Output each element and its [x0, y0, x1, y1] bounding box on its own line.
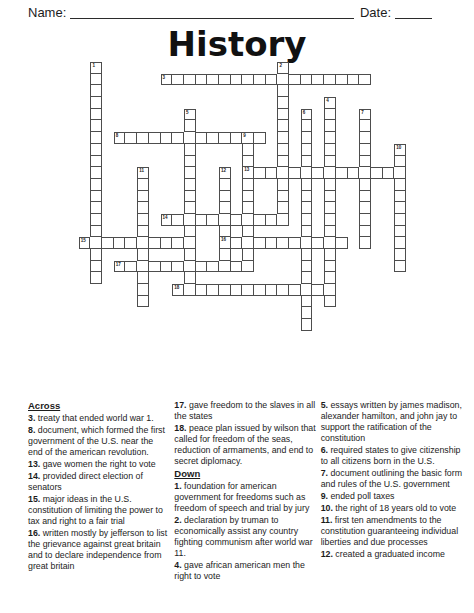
grid-cell[interactable] — [359, 144, 371, 156]
grid-cell[interactable]: 7 — [359, 109, 371, 121]
grid-cell[interactable]: 10 — [394, 144, 406, 156]
grid-cell[interactable]: 14 — [161, 214, 173, 226]
grid-cell[interactable] — [324, 74, 336, 86]
grid-cell[interactable] — [90, 226, 102, 238]
empty-cell — [383, 237, 395, 249]
grid-cell[interactable] — [207, 261, 219, 273]
grid-cell[interactable]: 18 — [172, 284, 184, 296]
grid-cell[interactable] — [301, 156, 313, 168]
grid-cell[interactable] — [184, 132, 196, 144]
grid-cell[interactable] — [394, 191, 406, 203]
empty-cell — [102, 214, 114, 226]
grid-cell[interactable] — [371, 167, 383, 179]
grid-cell[interactable] — [266, 74, 278, 86]
grid-cell[interactable]: 9 — [242, 132, 254, 144]
grid-cell[interactable] — [324, 272, 336, 284]
grid-cell[interactable] — [90, 179, 102, 191]
empty-cell — [371, 226, 383, 238]
empty-cell — [383, 307, 395, 319]
empty-cell — [114, 319, 126, 331]
empty-cell — [196, 97, 208, 109]
empty-cell — [137, 109, 149, 121]
grid-cell[interactable] — [277, 97, 289, 109]
empty-cell — [125, 272, 137, 284]
grid-cell[interactable] — [184, 261, 196, 273]
empty-cell — [266, 261, 278, 273]
empty-cell — [125, 296, 137, 308]
grid-cell[interactable] — [219, 261, 231, 273]
grid-cell[interactable] — [161, 237, 173, 249]
empty-cell — [137, 74, 149, 86]
grid-cell[interactable] — [394, 156, 406, 168]
grid-cell[interactable] — [90, 97, 102, 109]
grid-cell[interactable] — [137, 249, 149, 261]
grid-cell[interactable] — [184, 214, 196, 226]
grid-cell[interactable] — [219, 179, 231, 191]
clue-item-number: 14. — [28, 471, 40, 481]
grid-cell[interactable] — [254, 74, 266, 86]
grid-cell[interactable] — [312, 74, 324, 86]
empty-cell — [172, 226, 184, 238]
grid-cell[interactable] — [149, 237, 161, 249]
grid-cell[interactable] — [125, 132, 137, 144]
empty-cell — [383, 296, 395, 308]
grid-cell[interactable] — [324, 167, 336, 179]
empty-cell — [114, 97, 126, 109]
grid-cell[interactable] — [301, 226, 313, 238]
grid-cell[interactable] — [90, 144, 102, 156]
empty-cell — [114, 120, 126, 132]
grid-cell[interactable] — [359, 237, 371, 249]
empty-cell — [125, 284, 137, 296]
grid-cell[interactable] — [383, 167, 395, 179]
grid-cell[interactable] — [231, 261, 243, 273]
grid-cell[interactable] — [219, 74, 231, 86]
grid-cell[interactable] — [359, 120, 371, 132]
empty-cell — [231, 167, 243, 179]
grid-cell[interactable] — [289, 74, 301, 86]
grid-cell[interactable] — [254, 284, 266, 296]
empty-cell — [67, 237, 79, 249]
grid-cell[interactable] — [219, 226, 231, 238]
grid-cell[interactable] — [231, 132, 243, 144]
grid-cell[interactable] — [184, 249, 196, 261]
grid-cell[interactable] — [359, 179, 371, 191]
grid-cell[interactable] — [90, 109, 102, 121]
empty-cell — [383, 284, 395, 296]
clue-item: 2. declaration by truman to economically… — [174, 515, 315, 559]
empty-cell — [254, 261, 266, 273]
grid-cell[interactable] — [149, 132, 161, 144]
grid-cell[interactable] — [301, 261, 313, 273]
grid-cell[interactable] — [324, 109, 336, 121]
grid-cell[interactable] — [242, 284, 254, 296]
grid-cell[interactable] — [277, 132, 289, 144]
grid-cell[interactable] — [289, 284, 301, 296]
grid-cell[interactable] — [394, 249, 406, 261]
grid-cell[interactable] — [324, 156, 336, 168]
clue-number: 6 — [303, 110, 306, 115]
grid-cell[interactable] — [184, 167, 196, 179]
grid-cell[interactable]: 1 — [90, 62, 102, 74]
grid-cell[interactable] — [184, 284, 196, 296]
grid-cell[interactable] — [394, 237, 406, 249]
grid-cell[interactable] — [242, 144, 254, 156]
date-label: Date: — [360, 5, 391, 20]
grid-cell[interactable] — [254, 214, 266, 226]
empty-cell — [219, 319, 231, 331]
grid-cell[interactable] — [125, 261, 137, 273]
grid-cell[interactable] — [231, 214, 243, 226]
grid-cell[interactable] — [137, 284, 149, 296]
grid-cell[interactable] — [90, 261, 102, 273]
empty-cell — [231, 179, 243, 191]
grid-cell[interactable] — [394, 202, 406, 214]
empty-cell — [348, 62, 360, 74]
grid-cell[interactable] — [359, 202, 371, 214]
empty-cell — [90, 296, 102, 308]
grid-cell[interactable] — [184, 237, 196, 249]
empty-cell — [289, 214, 301, 226]
grid-cell[interactable] — [90, 237, 102, 249]
empty-cell — [312, 120, 324, 132]
empty-cell — [383, 74, 395, 86]
grid-cell[interactable] — [359, 226, 371, 238]
grid-cell[interactable] — [324, 284, 336, 296]
grid-cell[interactable]: 16 — [219, 237, 231, 249]
grid-cell[interactable] — [359, 167, 371, 179]
clue-number: 10 — [396, 145, 401, 150]
grid-cell[interactable] — [137, 202, 149, 214]
grid-cell[interactable]: 4 — [324, 97, 336, 109]
grid-cell[interactable]: 11 — [137, 167, 149, 179]
grid-cell[interactable] — [242, 226, 254, 238]
grid-cell[interactable]: 6 — [301, 109, 313, 121]
grid-cell[interactable] — [172, 132, 184, 144]
grid-cell[interactable] — [324, 144, 336, 156]
grid-cell[interactable] — [196, 261, 208, 273]
grid-cell[interactable] — [348, 167, 360, 179]
grid-cell[interactable] — [324, 214, 336, 226]
grid-cell[interactable] — [207, 284, 219, 296]
grid-cell[interactable] — [219, 132, 231, 144]
grid-cell[interactable] — [359, 156, 371, 168]
grid-cell[interactable] — [301, 214, 313, 226]
grid-cell[interactable] — [394, 167, 406, 179]
grid-cell[interactable] — [359, 191, 371, 203]
empty-cell — [231, 156, 243, 168]
grid-cell[interactable] — [301, 272, 313, 284]
grid-cell[interactable] — [312, 284, 324, 296]
empty-cell — [289, 226, 301, 238]
grid-cell[interactable] — [277, 120, 289, 132]
grid-cell[interactable] — [277, 109, 289, 121]
empty-cell — [161, 156, 173, 168]
grid-cell[interactable] — [196, 284, 208, 296]
grid-cell[interactable] — [324, 179, 336, 191]
grid-cell[interactable] — [90, 191, 102, 203]
empty-cell — [102, 284, 114, 296]
empty-cell — [114, 156, 126, 168]
grid-cell[interactable] — [90, 272, 102, 284]
grid-cell[interactable] — [137, 226, 149, 238]
grid-cell[interactable] — [184, 226, 196, 238]
grid-cell[interactable] — [242, 156, 254, 168]
grid-cell[interactable] — [301, 249, 313, 261]
grid-cell[interactable] — [196, 74, 208, 86]
grid-cell[interactable] — [90, 249, 102, 261]
grid-cell[interactable] — [394, 261, 406, 273]
empty-cell — [67, 97, 79, 109]
empty-cell — [312, 214, 324, 226]
grid-cell[interactable] — [277, 156, 289, 168]
grid-cell[interactable] — [196, 214, 208, 226]
grid-cell[interactable] — [301, 284, 313, 296]
clue-item: 3. treaty that ended world war 1. — [28, 413, 169, 424]
grid-cell[interactable]: 12 — [219, 167, 231, 179]
grid-cell[interactable] — [266, 284, 278, 296]
empty-cell — [336, 307, 348, 319]
grid-cell[interactable] — [324, 237, 336, 249]
grid-cell[interactable]: 2 — [277, 62, 289, 74]
empty-cell — [394, 296, 406, 308]
empty-cell — [231, 144, 243, 156]
grid-cell[interactable] — [301, 307, 313, 319]
grid-cell[interactable] — [196, 132, 208, 144]
grid-cell[interactable] — [301, 74, 313, 86]
grid-cell[interactable] — [242, 261, 254, 273]
grid-cell[interactable] — [324, 261, 336, 273]
grid-cell[interactable] — [301, 296, 313, 308]
empty-cell — [102, 167, 114, 179]
grid-cell[interactable] — [114, 237, 126, 249]
empty-cell — [125, 85, 137, 97]
grid-cell[interactable] — [277, 191, 289, 203]
grid-cell[interactable] — [312, 237, 324, 249]
grid-cell[interactable] — [359, 74, 371, 86]
grid-cell[interactable] — [242, 74, 254, 86]
empty-cell — [254, 226, 266, 238]
empty-cell — [184, 97, 196, 109]
grid-cell[interactable] — [219, 284, 231, 296]
grid-cell[interactable] — [242, 214, 254, 226]
empty-cell — [102, 120, 114, 132]
grid-cell[interactable] — [359, 214, 371, 226]
grid-cell[interactable] — [301, 191, 313, 203]
grid-cell[interactable] — [231, 74, 243, 86]
grid-cell[interactable] — [324, 249, 336, 261]
empty-cell — [79, 191, 91, 203]
grid-cell[interactable] — [137, 191, 149, 203]
empty-cell — [231, 85, 243, 97]
empty-cell — [207, 319, 219, 331]
empty-cell — [394, 109, 406, 121]
empty-cell — [394, 284, 406, 296]
grid-cell[interactable] — [219, 214, 231, 226]
grid-cell[interactable] — [301, 132, 313, 144]
grid-cell[interactable] — [207, 214, 219, 226]
grid-cell[interactable] — [301, 179, 313, 191]
empty-cell — [149, 62, 161, 74]
grid-cell[interactable] — [394, 226, 406, 238]
grid-cell[interactable] — [336, 74, 348, 86]
empty-cell — [149, 144, 161, 156]
grid-cell[interactable] — [324, 296, 336, 308]
grid-cell[interactable] — [90, 156, 102, 168]
grid-cell[interactable] — [207, 132, 219, 144]
grid-cell[interactable] — [90, 202, 102, 214]
grid-cell[interactable] — [184, 144, 196, 156]
grid-cell[interactable] — [137, 179, 149, 191]
grid-cell[interactable] — [277, 74, 289, 86]
grid-cell[interactable] — [172, 74, 184, 86]
grid-cell[interactable] — [137, 237, 149, 249]
grid-cell[interactable] — [219, 249, 231, 261]
empty-cell — [161, 307, 173, 319]
grid-cell[interactable] — [301, 319, 313, 331]
grid-cell[interactable] — [277, 284, 289, 296]
date-line[interactable] — [395, 6, 432, 19]
grid-cell[interactable] — [184, 179, 196, 191]
grid-cell[interactable] — [359, 132, 371, 144]
grid-cell[interactable] — [277, 167, 289, 179]
grid-cell[interactable] — [137, 214, 149, 226]
empty-cell — [242, 120, 254, 132]
grid-cell[interactable] — [137, 132, 149, 144]
grid-cell[interactable] — [277, 214, 289, 226]
grid-cell[interactable]: 13 — [242, 167, 254, 179]
grid-cell[interactable] — [289, 237, 301, 249]
grid-cell[interactable] — [102, 237, 114, 249]
grid-cell[interactable] — [277, 202, 289, 214]
grid-cell[interactable] — [254, 132, 266, 144]
grid-cell[interactable] — [90, 214, 102, 226]
grid-cell[interactable] — [184, 272, 196, 284]
empty-cell — [196, 226, 208, 238]
empty-cell — [90, 284, 102, 296]
clue-number: 7 — [361, 110, 364, 115]
grid-cell[interactable] — [184, 156, 196, 168]
grid-cell[interactable] — [336, 237, 348, 249]
grid-cell[interactable] — [125, 237, 137, 249]
grid-cell[interactable] — [266, 214, 278, 226]
grid-cell[interactable] — [394, 179, 406, 191]
empty-cell — [172, 179, 184, 191]
clue-item: 17. gave freedom to the slaves in all th… — [174, 400, 315, 422]
empty-cell — [196, 191, 208, 203]
grid-cell[interactable]: 8 — [114, 132, 126, 144]
grid-cell[interactable] — [254, 237, 266, 249]
grid-cell[interactable] — [242, 249, 254, 261]
empty-cell — [394, 62, 406, 74]
grid-cell[interactable] — [242, 179, 254, 191]
grid-cell[interactable] — [254, 167, 266, 179]
grid-cell[interactable]: 15 — [79, 237, 91, 249]
grid-cell[interactable] — [137, 261, 149, 273]
grid-cell[interactable]: 3 — [161, 74, 173, 86]
empty-cell — [301, 97, 313, 109]
name-line[interactable] — [70, 6, 354, 19]
grid-cell[interactable] — [219, 202, 231, 214]
grid-cell[interactable] — [149, 261, 161, 273]
grid-cell[interactable]: 17 — [114, 261, 126, 273]
grid-cell[interactable] — [266, 167, 278, 179]
grid-cell[interactable] — [161, 132, 173, 144]
grid-cell[interactable] — [184, 202, 196, 214]
grid-cell[interactable] — [324, 226, 336, 238]
grid-cell[interactable] — [219, 191, 231, 203]
grid-cell[interactable] — [312, 167, 324, 179]
grid-cell[interactable] — [277, 179, 289, 191]
clue-number: 13 — [244, 167, 249, 172]
grid-cell[interactable] — [172, 214, 184, 226]
empty-cell — [149, 226, 161, 238]
grid-cell[interactable] — [301, 167, 313, 179]
grid-cell[interactable] — [137, 272, 149, 284]
grid-cell[interactable] — [277, 85, 289, 97]
empty-cell — [254, 202, 266, 214]
empty-cell — [266, 109, 278, 121]
grid-cell[interactable] — [277, 237, 289, 249]
grid-cell[interactable] — [137, 296, 149, 308]
grid-cell[interactable] — [336, 167, 348, 179]
grid-cell[interactable] — [207, 74, 219, 86]
grid-cell[interactable] — [394, 214, 406, 226]
grid-cell[interactable] — [231, 284, 243, 296]
empty-cell — [161, 167, 173, 179]
across-header: Across — [28, 400, 169, 411]
grid-cell[interactable] — [231, 237, 243, 249]
empty-cell — [149, 214, 161, 226]
grid-cell[interactable] — [301, 202, 313, 214]
grid-cell[interactable] — [266, 237, 278, 249]
grid-cell[interactable] — [324, 191, 336, 203]
grid-cell[interactable] — [172, 261, 184, 273]
grid-cell[interactable] — [242, 191, 254, 203]
grid-cell[interactable] — [90, 132, 102, 144]
grid-cell[interactable] — [90, 167, 102, 179]
empty-cell — [336, 272, 348, 284]
grid-cell[interactable] — [348, 74, 360, 86]
empty-cell — [254, 109, 266, 121]
grid-cell[interactable] — [161, 261, 173, 273]
grid-cell[interactable] — [242, 237, 254, 249]
grid-cell[interactable]: 5 — [184, 109, 196, 121]
grid-cell[interactable] — [324, 132, 336, 144]
grid-cell[interactable] — [184, 191, 196, 203]
grid-cell[interactable] — [90, 120, 102, 132]
grid-cell[interactable] — [90, 74, 102, 86]
grid-cell[interactable] — [90, 85, 102, 97]
grid-cell[interactable] — [301, 144, 313, 156]
grid-cell[interactable] — [289, 167, 301, 179]
grid-cell[interactable] — [242, 202, 254, 214]
empty-cell — [207, 272, 219, 284]
empty-cell — [219, 272, 231, 284]
grid-cell[interactable] — [301, 120, 313, 132]
grid-cell[interactable] — [277, 144, 289, 156]
grid-cell[interactable] — [301, 237, 313, 249]
empty-cell — [289, 249, 301, 261]
empty-cell — [102, 319, 114, 331]
grid-cell[interactable] — [324, 202, 336, 214]
grid-cell[interactable] — [172, 237, 184, 249]
grid-cell[interactable] — [324, 120, 336, 132]
empty-cell — [383, 319, 395, 331]
grid-cell[interactable] — [184, 74, 196, 86]
grid-cell[interactable] — [184, 120, 196, 132]
empty-cell — [161, 144, 173, 156]
